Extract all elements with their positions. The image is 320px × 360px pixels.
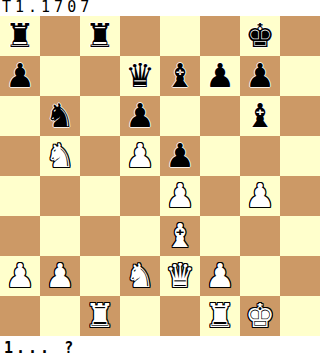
square-d1[interactable] bbox=[120, 296, 160, 336]
piece-white-king[interactable]: ♚ bbox=[245, 296, 275, 336]
square-e3[interactable]: ♝ bbox=[160, 216, 200, 256]
square-a3[interactable] bbox=[0, 216, 40, 256]
piece-black-bishop[interactable]: ♝ bbox=[245, 96, 275, 136]
square-e5[interactable]: ♟ bbox=[160, 136, 200, 176]
piece-black-queen[interactable]: ♛ bbox=[125, 56, 155, 96]
square-d8[interactable] bbox=[120, 16, 160, 56]
square-d2[interactable]: ♞ bbox=[120, 256, 160, 296]
square-d3[interactable] bbox=[120, 216, 160, 256]
square-b8[interactable] bbox=[40, 16, 80, 56]
piece-white-pawn[interactable]: ♟ bbox=[205, 256, 235, 296]
square-g5[interactable] bbox=[240, 136, 280, 176]
square-a6[interactable] bbox=[0, 96, 40, 136]
move-prompt: 1... ? bbox=[0, 336, 320, 360]
piece-white-pawn[interactable]: ♟ bbox=[5, 256, 35, 296]
square-f8[interactable] bbox=[200, 16, 240, 56]
square-e2[interactable]: ♛ bbox=[160, 256, 200, 296]
square-b5[interactable]: ♞ bbox=[40, 136, 80, 176]
square-d6[interactable]: ♟ bbox=[120, 96, 160, 136]
piece-black-rook[interactable]: ♜ bbox=[5, 16, 35, 56]
square-f1[interactable]: ♜ bbox=[200, 296, 240, 336]
square-d7[interactable]: ♛ bbox=[120, 56, 160, 96]
square-a1[interactable] bbox=[0, 296, 40, 336]
piece-black-knight[interactable]: ♞ bbox=[45, 96, 75, 136]
square-b4[interactable] bbox=[40, 176, 80, 216]
piece-white-rook[interactable]: ♜ bbox=[85, 296, 115, 336]
square-e7[interactable]: ♝ bbox=[160, 56, 200, 96]
square-h1[interactable] bbox=[280, 296, 320, 336]
piece-white-rook[interactable]: ♜ bbox=[205, 296, 235, 336]
square-f5[interactable] bbox=[200, 136, 240, 176]
square-e4[interactable]: ♟ bbox=[160, 176, 200, 216]
square-c1[interactable]: ♜ bbox=[80, 296, 120, 336]
square-c5[interactable] bbox=[80, 136, 120, 176]
square-b2[interactable]: ♟ bbox=[40, 256, 80, 296]
square-h2[interactable] bbox=[280, 256, 320, 296]
square-b6[interactable]: ♞ bbox=[40, 96, 80, 136]
square-a8[interactable]: ♜ bbox=[0, 16, 40, 56]
piece-black-pawn[interactable]: ♟ bbox=[205, 56, 235, 96]
square-e1[interactable] bbox=[160, 296, 200, 336]
square-h5[interactable] bbox=[280, 136, 320, 176]
piece-white-knight[interactable]: ♞ bbox=[125, 256, 155, 296]
square-e6[interactable] bbox=[160, 96, 200, 136]
square-h6[interactable] bbox=[280, 96, 320, 136]
piece-white-pawn[interactable]: ♟ bbox=[245, 176, 275, 216]
square-a4[interactable] bbox=[0, 176, 40, 216]
puzzle-title: T1.1707 bbox=[0, 0, 320, 16]
piece-white-queen[interactable]: ♛ bbox=[165, 256, 195, 296]
piece-black-pawn[interactable]: ♟ bbox=[5, 56, 35, 96]
square-f2[interactable]: ♟ bbox=[200, 256, 240, 296]
piece-white-pawn[interactable]: ♟ bbox=[45, 256, 75, 296]
square-g4[interactable]: ♟ bbox=[240, 176, 280, 216]
square-a7[interactable]: ♟ bbox=[0, 56, 40, 96]
square-f3[interactable] bbox=[200, 216, 240, 256]
square-g7[interactable]: ♟ bbox=[240, 56, 280, 96]
chess-diagram: T1.1707 ♜♜♚♟♛♝♟♟♞♟♝♞♟♟♟♟♝♟♟♞♛♟♜♜♚ 1... ? bbox=[0, 0, 320, 360]
square-f4[interactable] bbox=[200, 176, 240, 216]
square-h7[interactable] bbox=[280, 56, 320, 96]
chess-board: ♜♜♚♟♛♝♟♟♞♟♝♞♟♟♟♟♝♟♟♞♛♟♜♜♚ bbox=[0, 16, 320, 336]
square-g6[interactable]: ♝ bbox=[240, 96, 280, 136]
square-c2[interactable] bbox=[80, 256, 120, 296]
piece-black-rook[interactable]: ♜ bbox=[85, 16, 115, 56]
square-a2[interactable]: ♟ bbox=[0, 256, 40, 296]
piece-white-pawn[interactable]: ♟ bbox=[125, 136, 155, 176]
square-c7[interactable] bbox=[80, 56, 120, 96]
square-f7[interactable]: ♟ bbox=[200, 56, 240, 96]
piece-black-pawn[interactable]: ♟ bbox=[125, 96, 155, 136]
square-d5[interactable]: ♟ bbox=[120, 136, 160, 176]
square-d4[interactable] bbox=[120, 176, 160, 216]
square-c4[interactable] bbox=[80, 176, 120, 216]
square-g3[interactable] bbox=[240, 216, 280, 256]
square-c8[interactable]: ♜ bbox=[80, 16, 120, 56]
square-b7[interactable] bbox=[40, 56, 80, 96]
piece-black-pawn[interactable]: ♟ bbox=[245, 56, 275, 96]
square-a5[interactable] bbox=[0, 136, 40, 176]
square-h4[interactable] bbox=[280, 176, 320, 216]
square-c3[interactable] bbox=[80, 216, 120, 256]
square-h3[interactable] bbox=[280, 216, 320, 256]
piece-white-bishop[interactable]: ♝ bbox=[165, 216, 195, 256]
square-g2[interactable] bbox=[240, 256, 280, 296]
square-c6[interactable] bbox=[80, 96, 120, 136]
square-e8[interactable] bbox=[160, 16, 200, 56]
piece-black-bishop[interactable]: ♝ bbox=[165, 56, 195, 96]
piece-black-pawn[interactable]: ♟ bbox=[165, 136, 195, 176]
square-f6[interactable] bbox=[200, 96, 240, 136]
piece-black-king[interactable]: ♚ bbox=[245, 16, 275, 56]
square-h8[interactable] bbox=[280, 16, 320, 56]
square-g8[interactable]: ♚ bbox=[240, 16, 280, 56]
square-g1[interactable]: ♚ bbox=[240, 296, 280, 336]
square-b1[interactable] bbox=[40, 296, 80, 336]
square-b3[interactable] bbox=[40, 216, 80, 256]
piece-white-knight[interactable]: ♞ bbox=[45, 136, 75, 176]
piece-white-pawn[interactable]: ♟ bbox=[165, 176, 195, 216]
